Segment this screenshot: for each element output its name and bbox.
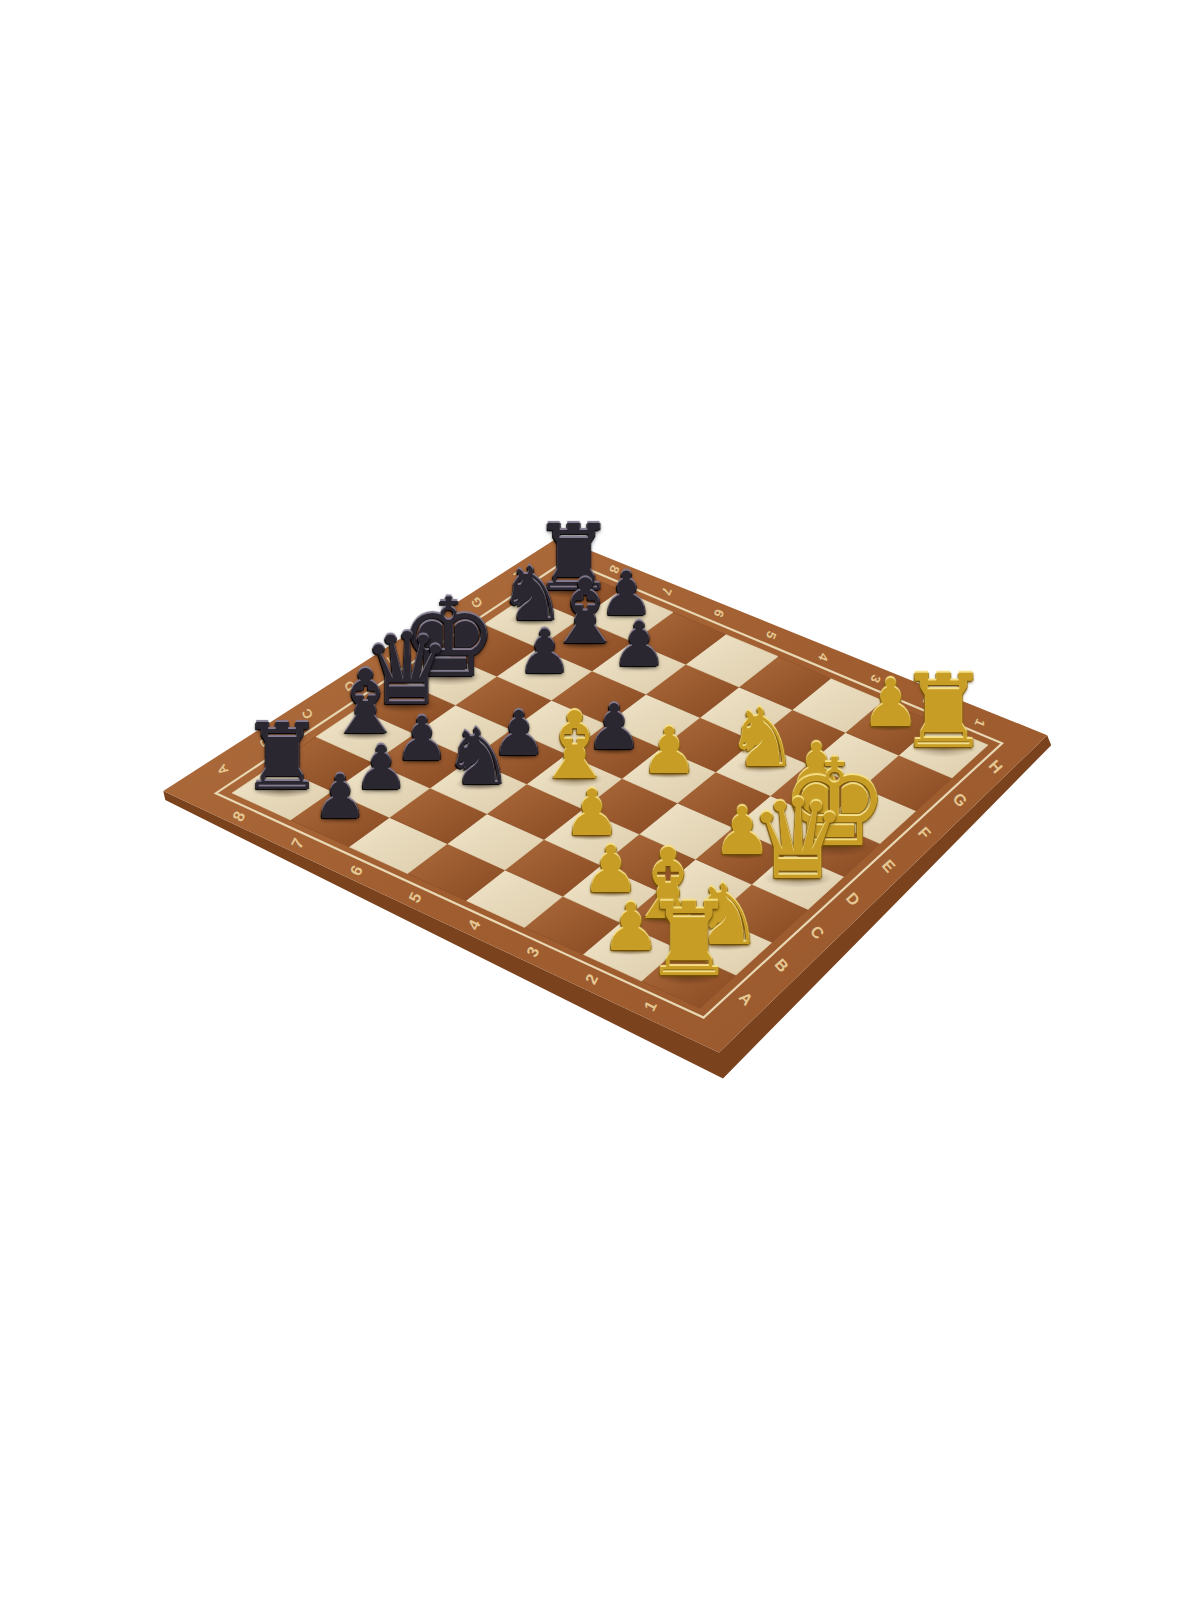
chessboard: 1122334455667788AABBCCDDEEFFGGHH <box>0 0 1200 1600</box>
product-photo-stage: 1122334455667788AABBCCDDEEFFGGHH ♜♟♞♝♟♟♚… <box>0 0 1200 1600</box>
